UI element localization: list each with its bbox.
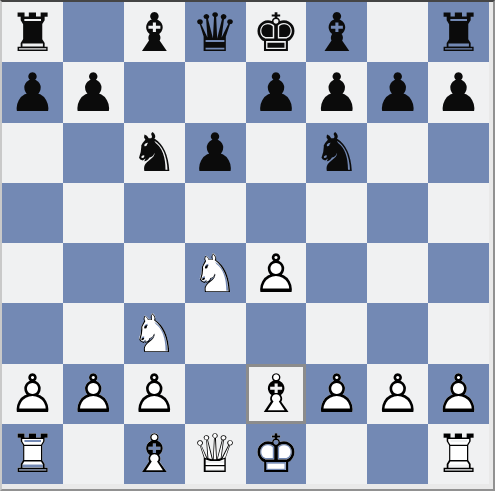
black-pawn-piece[interactable]: ♟	[246, 62, 307, 122]
white-knight-outline-glyph: ♘	[124, 303, 185, 363]
square-f8[interactable]: ♝	[306, 2, 367, 62]
square-b8[interactable]	[63, 2, 124, 62]
square-h1[interactable]: ♜♖	[428, 424, 489, 484]
white-king-piece[interactable]: ♚♔	[246, 424, 307, 484]
square-d7[interactable]	[185, 62, 246, 122]
black-pawn-piece[interactable]: ♟	[428, 62, 489, 122]
square-h2[interactable]: ♟♙	[428, 364, 489, 424]
square-h4[interactable]	[428, 243, 489, 303]
square-a4[interactable]	[2, 243, 63, 303]
black-bishop-glyph: ♝	[306, 2, 367, 62]
white-bishop-piece[interactable]: ♝♗	[124, 424, 185, 484]
square-h6[interactable]	[428, 123, 489, 183]
black-pawn-piece[interactable]: ♟	[185, 123, 246, 183]
white-queen-piece[interactable]: ♛♕	[185, 424, 246, 484]
white-pawn-outline-glyph: ♙	[367, 364, 428, 424]
square-a6[interactable]	[2, 123, 63, 183]
square-g5[interactable]	[367, 183, 428, 243]
square-d5[interactable]	[185, 183, 246, 243]
square-g8[interactable]	[367, 2, 428, 62]
white-rook-piece[interactable]: ♜♖	[428, 424, 489, 484]
square-e6[interactable]	[246, 123, 307, 183]
black-rook-piece[interactable]: ♜	[2, 2, 63, 62]
square-d6[interactable]: ♟	[185, 123, 246, 183]
square-a1[interactable]: ♜♖	[2, 424, 63, 484]
white-pawn-outline-glyph: ♙	[63, 364, 124, 424]
square-c3[interactable]: ♞♘	[124, 303, 185, 363]
square-c1[interactable]: ♝♗	[124, 424, 185, 484]
white-knight-outline-glyph: ♘	[185, 243, 246, 303]
square-g4[interactable]	[367, 243, 428, 303]
square-f2[interactable]: ♟♙	[306, 364, 367, 424]
square-f5[interactable]	[306, 183, 367, 243]
black-rook-glyph: ♜	[428, 2, 489, 62]
white-bishop-outline-glyph: ♗	[124, 424, 185, 484]
black-bishop-glyph: ♝	[124, 2, 185, 62]
white-bishop-outline-glyph: ♗	[246, 364, 307, 424]
square-d2[interactable]	[185, 364, 246, 424]
square-h3[interactable]	[428, 303, 489, 363]
black-king-piece[interactable]: ♚	[246, 2, 307, 62]
black-pawn-glyph: ♟	[428, 62, 489, 122]
square-a8[interactable]: ♜	[2, 2, 63, 62]
white-rook-piece[interactable]: ♜♖	[2, 424, 63, 484]
white-rook-outline-glyph: ♖	[428, 424, 489, 484]
black-rook-glyph: ♜	[2, 2, 63, 62]
square-b6[interactable]	[63, 123, 124, 183]
square-f7[interactable]: ♟	[306, 62, 367, 122]
black-queen-glyph: ♛	[185, 2, 246, 62]
black-pawn-glyph: ♟	[63, 62, 124, 122]
chess-board-frame: ♜♝♛♚♝♜♟♟♟♟♟♟♞♟♞♞♘♟♙♞♘♟♙♟♙♟♙♝♗♟♙♟♙♟♙♜♖♝♗♛…	[0, 0, 495, 491]
square-c7[interactable]	[124, 62, 185, 122]
square-f4[interactable]	[306, 243, 367, 303]
white-pawn-piece[interactable]: ♟♙	[246, 243, 307, 303]
square-g2[interactable]: ♟♙	[367, 364, 428, 424]
square-g3[interactable]	[367, 303, 428, 363]
square-e5[interactable]	[246, 183, 307, 243]
white-pawn-outline-glyph: ♙	[306, 364, 367, 424]
black-pawn-glyph: ♟	[367, 62, 428, 122]
square-g6[interactable]	[367, 123, 428, 183]
square-h5[interactable]	[428, 183, 489, 243]
white-pawn-outline-glyph: ♙	[2, 364, 63, 424]
white-pawn-piece[interactable]: ♟♙	[428, 364, 489, 424]
white-rook-outline-glyph: ♖	[2, 424, 63, 484]
square-c8[interactable]: ♝	[124, 2, 185, 62]
square-f3[interactable]	[306, 303, 367, 363]
square-c6[interactable]: ♞	[124, 123, 185, 183]
square-c4[interactable]	[124, 243, 185, 303]
white-pawn-piece[interactable]: ♟♙	[2, 364, 63, 424]
white-pawn-outline-glyph: ♙	[246, 243, 307, 303]
square-f1[interactable]	[306, 424, 367, 484]
black-pawn-piece[interactable]: ♟	[367, 62, 428, 122]
black-knight-glyph: ♞	[124, 123, 185, 183]
white-king-outline-glyph: ♔	[246, 424, 307, 484]
white-pawn-piece[interactable]: ♟♙	[367, 364, 428, 424]
square-a3[interactable]	[2, 303, 63, 363]
square-e8[interactable]: ♚	[246, 2, 307, 62]
square-e3[interactable]	[246, 303, 307, 363]
white-pawn-piece[interactable]: ♟♙	[63, 364, 124, 424]
black-king-glyph: ♚	[246, 2, 307, 62]
square-h8[interactable]: ♜	[428, 2, 489, 62]
square-b1[interactable]	[63, 424, 124, 484]
square-c5[interactable]	[124, 183, 185, 243]
square-b7[interactable]: ♟	[63, 62, 124, 122]
black-pawn-glyph: ♟	[2, 62, 63, 122]
square-e2[interactable]: ♝♗	[246, 364, 307, 424]
square-b5[interactable]	[63, 183, 124, 243]
white-pawn-outline-glyph: ♙	[124, 364, 185, 424]
black-bishop-piece[interactable]: ♝	[124, 2, 185, 62]
chess-board: ♜♝♛♚♝♜♟♟♟♟♟♟♞♟♞♞♘♟♙♞♘♟♙♟♙♟♙♝♗♟♙♟♙♟♙♜♖♝♗♛…	[2, 2, 489, 484]
black-pawn-glyph: ♟	[306, 62, 367, 122]
black-bishop-piece[interactable]: ♝	[306, 2, 367, 62]
square-a5[interactable]	[2, 183, 63, 243]
white-pawn-piece[interactable]: ♟♙	[124, 364, 185, 424]
black-pawn-piece[interactable]: ♟	[63, 62, 124, 122]
square-h7[interactable]: ♟	[428, 62, 489, 122]
square-b4[interactable]	[63, 243, 124, 303]
white-knight-piece[interactable]: ♞♘	[185, 243, 246, 303]
square-d8[interactable]: ♛	[185, 2, 246, 62]
black-queen-piece[interactable]: ♛	[185, 2, 246, 62]
square-g1[interactable]	[367, 424, 428, 484]
square-a7[interactable]: ♟	[2, 62, 63, 122]
square-d3[interactable]	[185, 303, 246, 363]
black-knight-glyph: ♞	[306, 123, 367, 183]
square-e7[interactable]: ♟	[246, 62, 307, 122]
square-a2[interactable]: ♟♙	[2, 364, 63, 424]
black-rook-piece[interactable]: ♜	[428, 2, 489, 62]
white-pawn-piece[interactable]: ♟♙	[306, 364, 367, 424]
black-pawn-piece[interactable]: ♟	[306, 62, 367, 122]
black-pawn-glyph: ♟	[185, 123, 246, 183]
square-b2[interactable]: ♟♙	[63, 364, 124, 424]
square-c2[interactable]: ♟♙	[124, 364, 185, 424]
white-pawn-outline-glyph: ♙	[428, 364, 489, 424]
square-d4[interactable]: ♞♘	[185, 243, 246, 303]
square-e1[interactable]: ♚♔	[246, 424, 307, 484]
square-g7[interactable]: ♟	[367, 62, 428, 122]
square-e4[interactable]: ♟♙	[246, 243, 307, 303]
white-bishop-piece[interactable]: ♝♗	[246, 364, 307, 424]
square-d1[interactable]: ♛♕	[185, 424, 246, 484]
black-pawn-piece[interactable]: ♟	[2, 62, 63, 122]
square-b3[interactable]	[63, 303, 124, 363]
black-knight-piece[interactable]: ♞	[306, 123, 367, 183]
white-knight-piece[interactable]: ♞♘	[124, 303, 185, 363]
black-knight-piece[interactable]: ♞	[124, 123, 185, 183]
black-pawn-glyph: ♟	[246, 62, 307, 122]
square-f6[interactable]: ♞	[306, 123, 367, 183]
white-queen-outline-glyph: ♕	[185, 424, 246, 484]
